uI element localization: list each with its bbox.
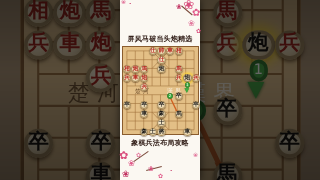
- red-piece-馬[interactable]: 馬: [175, 65, 183, 73]
- piece-label: 馬: [176, 66, 182, 72]
- black-piece-卒[interactable]: 卒: [192, 101, 200, 109]
- plum-blossom-icon: ✿: [119, 150, 128, 161]
- plum-blossom-icon: ❀: [188, 20, 195, 28]
- plum-blossom-icon: ❀: [176, 4, 182, 11]
- piece-label: 相: [124, 66, 130, 72]
- red-piece-車[interactable]: 車: [131, 74, 139, 82]
- piece-label: 仕: [150, 48, 156, 54]
- black-piece-炮[interactable]: 炮: [183, 74, 191, 82]
- black-piece-士[interactable]: 士: [149, 128, 157, 136]
- plum-blossom-icon: ❀: [122, 170, 130, 179]
- piece-label: 炮: [133, 66, 139, 72]
- red-piece-帥[interactable]: 帥: [157, 47, 165, 55]
- black-piece-卒[interactable]: 卒: [175, 92, 183, 100]
- xiangqi-board[interactable]: 楚河漢界仕帥車相仕相炮馬炮馬兵車炮兵炮兵兵卒卒卒卒卒車象馬士象士將車12▼: [122, 46, 199, 135]
- plum-blossom-icon: ❀: [148, 166, 154, 173]
- piece-label: 帥: [159, 48, 165, 54]
- black-piece-炮[interactable]: 炮: [157, 65, 165, 73]
- black-piece-士[interactable]: 士: [157, 119, 165, 127]
- black-piece-象[interactable]: 象: [157, 110, 165, 118]
- piece-label: 卒: [176, 93, 182, 99]
- piece-label: 炮: [159, 66, 165, 72]
- short-video-frame: { "game": "xiangqi", "captions": { "top"…: [0, 0, 320, 180]
- plum-blossom-icon: •: [129, 2, 131, 6]
- plum-blossom-icon: ✿: [196, 28, 201, 34]
- piece-label: 卒: [124, 102, 130, 108]
- black-piece-車[interactable]: 車: [183, 128, 191, 136]
- plum-blossom-icon: ❀: [121, 0, 126, 5]
- red-piece-兵[interactable]: 兵: [192, 74, 200, 82]
- piece-label: 士: [159, 120, 165, 126]
- piece-label: 卒: [193, 102, 199, 108]
- piece-label: 炮: [185, 75, 191, 81]
- piece-label: 兵: [193, 75, 199, 81]
- piece-label: 車: [141, 111, 147, 117]
- piece-label: 車: [167, 48, 173, 54]
- plum-blossom-icon: ❀: [193, 152, 198, 158]
- piece-label: 車: [185, 129, 191, 135]
- piece-label: 象: [159, 111, 165, 117]
- piece-label: 士: [150, 129, 156, 135]
- piece-label: 車: [133, 75, 139, 81]
- black-piece-馬[interactable]: 馬: [175, 110, 183, 118]
- black-piece-象[interactable]: 象: [140, 128, 148, 136]
- plum-blossom-icon: ✿: [136, 152, 141, 158]
- plum-blossom-icon: ✿: [192, 8, 200, 18]
- red-piece-仕[interactable]: 仕: [157, 56, 165, 64]
- piece-label: 象: [141, 129, 147, 135]
- video-title: 屏风马破当头炮精选: [120, 35, 200, 43]
- piece-label: 相: [176, 48, 182, 54]
- red-piece-兵[interactable]: 兵: [175, 74, 183, 82]
- black-piece-卒[interactable]: 卒: [157, 101, 165, 109]
- piece-label: 兵: [141, 84, 147, 90]
- piece-label: 將: [159, 129, 165, 135]
- plum-blossom-icon: •: [170, 169, 172, 173]
- plum-blossom-icon: ❀: [128, 160, 135, 168]
- video-subtitle: 象棋兵法布局攻略: [120, 139, 200, 147]
- red-piece-炮[interactable]: 炮: [131, 65, 139, 73]
- piece-label: 馬: [176, 111, 182, 117]
- piece-label: 仕: [159, 57, 165, 63]
- piece-label: 卒: [159, 102, 165, 108]
- piece-label: 卒: [141, 102, 147, 108]
- piece-label: 兵: [124, 75, 130, 81]
- piece-label: 兵: [176, 75, 182, 81]
- piece-label: 馬: [141, 66, 147, 72]
- piece-label: 炮: [141, 75, 147, 81]
- hint-down-arrow-icon: ▼: [184, 87, 189, 93]
- red-piece-相[interactable]: 相: [175, 47, 183, 55]
- board-surface[interactable]: 楚河漢界仕帥車相仕相炮馬炮馬兵車炮兵炮兵兵卒卒卒卒卒車象馬士象士將車12▼: [122, 46, 199, 135]
- plum-blossom-icon: ✿: [158, 173, 163, 179]
- black-piece-將[interactable]: 將: [157, 128, 165, 136]
- hint-badge-2[interactable]: 2: [167, 93, 173, 99]
